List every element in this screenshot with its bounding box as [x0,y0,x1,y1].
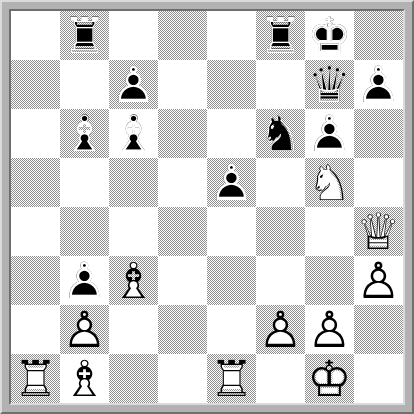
piece-glyph-fill: ♟ [60,256,109,305]
piece-black-pawn[interactable]: ♟♙ [207,158,256,207]
piece-glyph-outline: ♖ [207,354,256,403]
piece-glyph-outline: ♙ [60,305,109,354]
piece-glyph-fill: ♝ [60,109,109,158]
square-h4[interactable]: ♛♕ [354,207,403,256]
piece-white-bishop[interactable]: ♝♗ [60,354,109,403]
piece-glyph-fill: ♟ [305,305,354,354]
board-frame-inner-bevel: ♜♖♜♖♚♔♟♙♛♕♟♙♝♗♝♗♞♘♟♙♟♙♞♘♛♕♟♙♝♗♟♙♟♙♟♙♟♙♜♖… [9,9,405,405]
square-b6[interactable]: ♝♗ [60,109,109,158]
piece-white-queen[interactable]: ♛♕ [354,207,403,256]
piece-glyph-fill: ♝ [109,256,158,305]
square-d2[interactable] [158,305,207,354]
piece-glyph-fill: ♝ [60,354,109,403]
square-b1[interactable]: ♝♗ [60,354,109,403]
square-e8[interactable] [207,11,256,60]
square-f6[interactable]: ♞♘ [256,109,305,158]
piece-white-knight[interactable]: ♞♘ [305,158,354,207]
piece-white-bishop[interactable]: ♝♗ [109,256,158,305]
square-c3[interactable]: ♝♗ [109,256,158,305]
square-g7[interactable]: ♛♕ [305,60,354,109]
piece-glyph-fill: ♜ [60,11,109,60]
square-e6[interactable] [207,109,256,158]
piece-black-rook[interactable]: ♜♖ [256,11,305,60]
piece-glyph-fill: ♚ [305,354,354,403]
square-d5[interactable] [158,158,207,207]
piece-white-pawn[interactable]: ♟♙ [60,305,109,354]
square-g1[interactable]: ♚♔ [305,354,354,403]
square-f3[interactable] [256,256,305,305]
square-c6[interactable]: ♝♗ [109,109,158,158]
piece-black-knight[interactable]: ♞♘ [256,109,305,158]
square-d7[interactable] [158,60,207,109]
piece-glyph-outline: ♘ [256,109,305,158]
square-b8[interactable]: ♜♖ [60,11,109,60]
square-b3[interactable]: ♟♙ [60,256,109,305]
piece-glyph-outline: ♔ [305,11,354,60]
piece-glyph-fill: ♜ [207,354,256,403]
square-a3[interactable] [11,256,60,305]
piece-black-bishop[interactable]: ♝♗ [60,109,109,158]
square-e7[interactable] [207,60,256,109]
square-e4[interactable] [207,207,256,256]
piece-black-pawn[interactable]: ♟♙ [109,60,158,109]
piece-white-rook[interactable]: ♜♖ [11,354,60,403]
square-a1[interactable]: ♜♖ [11,354,60,403]
square-h5[interactable] [354,158,403,207]
square-e2[interactable] [207,305,256,354]
square-b4[interactable] [60,207,109,256]
piece-glyph-outline: ♗ [60,354,109,403]
piece-white-pawn[interactable]: ♟♙ [256,305,305,354]
square-e5[interactable]: ♟♙ [207,158,256,207]
piece-black-queen[interactable]: ♛♕ [305,60,354,109]
square-c7[interactable]: ♟♙ [109,60,158,109]
square-f2[interactable]: ♟♙ [256,305,305,354]
square-f4[interactable] [256,207,305,256]
piece-black-king[interactable]: ♚♔ [305,11,354,60]
piece-glyph-fill: ♝ [109,109,158,158]
chess-board: ♜♖♜♖♚♔♟♙♛♕♟♙♝♗♝♗♞♘♟♙♟♙♞♘♛♕♟♙♝♗♟♙♟♙♟♙♟♙♜♖… [11,11,403,403]
piece-glyph-outline: ♙ [305,109,354,158]
square-c8[interactable] [109,11,158,60]
square-a5[interactable] [11,158,60,207]
board-frame: ♜♖♜♖♚♔♟♙♛♕♟♙♝♗♝♗♞♘♟♙♟♙♞♘♛♕♟♙♝♗♟♙♟♙♟♙♟♙♜♖… [0,0,414,414]
piece-glyph-outline: ♙ [60,256,109,305]
square-a7[interactable] [11,60,60,109]
piece-black-pawn[interactable]: ♟♙ [354,60,403,109]
square-d8[interactable] [158,11,207,60]
piece-glyph-fill: ♟ [60,305,109,354]
piece-glyph-outline: ♙ [109,60,158,109]
square-f1[interactable] [256,354,305,403]
piece-glyph-fill: ♞ [305,158,354,207]
piece-glyph-outline: ♖ [256,11,305,60]
square-d4[interactable] [158,207,207,256]
square-b7[interactable] [60,60,109,109]
piece-glyph-fill: ♜ [11,354,60,403]
square-h2[interactable] [354,305,403,354]
piece-glyph-outline: ♕ [305,60,354,109]
piece-glyph-fill: ♟ [305,109,354,158]
square-h3[interactable]: ♟♙ [354,256,403,305]
piece-glyph-fill: ♟ [354,256,403,305]
piece-glyph-outline: ♗ [109,256,158,305]
square-g8[interactable]: ♚♔ [305,11,354,60]
square-a2[interactable] [11,305,60,354]
square-a4[interactable] [11,207,60,256]
square-b2[interactable]: ♟♙ [60,305,109,354]
square-g4[interactable] [305,207,354,256]
piece-glyph-outline: ♙ [354,256,403,305]
piece-glyph-fill: ♟ [207,158,256,207]
piece-glyph-outline: ♗ [109,109,158,158]
square-h8[interactable] [354,11,403,60]
square-d1[interactable] [158,354,207,403]
piece-glyph-outline: ♖ [11,354,60,403]
square-f8[interactable]: ♜♖ [256,11,305,60]
piece-white-rook[interactable]: ♜♖ [207,354,256,403]
square-h6[interactable] [354,109,403,158]
square-b5[interactable] [60,158,109,207]
square-d6[interactable] [158,109,207,158]
piece-glyph-fill: ♛ [354,207,403,256]
piece-white-pawn[interactable]: ♟♙ [354,256,403,305]
piece-glyph-outline: ♘ [305,158,354,207]
piece-glyph-outline: ♕ [354,207,403,256]
piece-glyph-fill: ♛ [305,60,354,109]
piece-black-bishop[interactable]: ♝♗ [109,109,158,158]
piece-glyph-fill: ♟ [256,305,305,354]
square-a6[interactable] [11,109,60,158]
square-a8[interactable] [11,11,60,60]
square-g2[interactable]: ♟♙ [305,305,354,354]
piece-glyph-outline: ♗ [60,109,109,158]
square-c5[interactable] [109,158,158,207]
square-f7[interactable] [256,60,305,109]
square-d3[interactable] [158,256,207,305]
square-g6[interactable]: ♟♙ [305,109,354,158]
piece-glyph-fill: ♟ [354,60,403,109]
piece-black-pawn[interactable]: ♟♙ [305,109,354,158]
piece-glyph-fill: ♚ [305,11,354,60]
piece-white-pawn[interactable]: ♟♙ [305,305,354,354]
square-c4[interactable] [109,207,158,256]
piece-glyph-fill: ♞ [256,109,305,158]
piece-glyph-fill: ♟ [109,60,158,109]
piece-black-rook[interactable]: ♜♖ [60,11,109,60]
square-c1[interactable] [109,354,158,403]
square-f5[interactable] [256,158,305,207]
square-g5[interactable]: ♞♘ [305,158,354,207]
piece-glyph-outline: ♙ [207,158,256,207]
piece-black-pawn[interactable]: ♟♙ [60,256,109,305]
piece-glyph-fill: ♜ [256,11,305,60]
square-e1[interactable]: ♜♖ [207,354,256,403]
piece-glyph-outline: ♔ [305,354,354,403]
piece-glyph-outline: ♙ [354,60,403,109]
square-c2[interactable] [109,305,158,354]
square-e3[interactable] [207,256,256,305]
square-g3[interactable] [305,256,354,305]
piece-glyph-outline: ♙ [256,305,305,354]
piece-glyph-outline: ♙ [305,305,354,354]
square-h1[interactable] [354,354,403,403]
piece-white-king[interactable]: ♚♔ [305,354,354,403]
piece-glyph-outline: ♖ [60,11,109,60]
square-h7[interactable]: ♟♙ [354,60,403,109]
